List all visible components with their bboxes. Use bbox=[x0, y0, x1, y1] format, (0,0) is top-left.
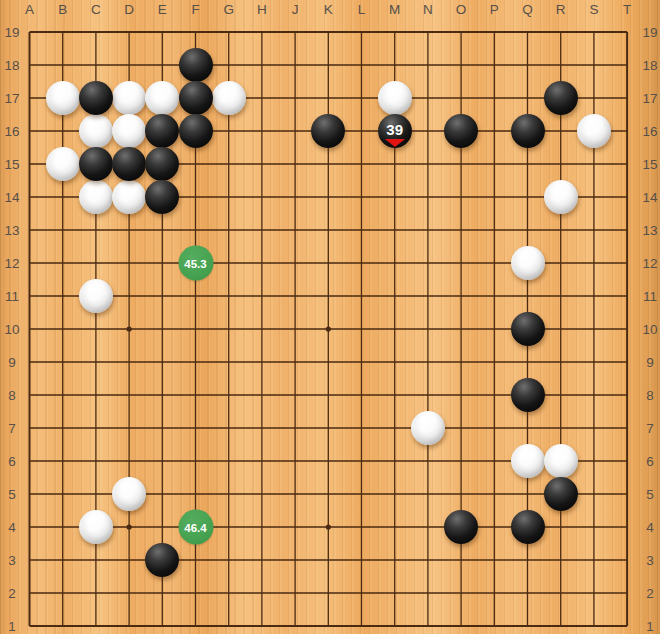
column-label-t: T bbox=[623, 2, 631, 17]
black-stone-o16[interactable] bbox=[444, 114, 478, 148]
row-label-left-9: 9 bbox=[8, 355, 16, 370]
black-stone-q4[interactable] bbox=[511, 510, 545, 544]
column-label-g: G bbox=[223, 2, 234, 17]
white-stone-e17[interactable] bbox=[145, 81, 179, 115]
star-point bbox=[326, 326, 331, 331]
column-label-l: L bbox=[358, 2, 366, 17]
row-label-right-5: 5 bbox=[646, 487, 654, 502]
row-label-left-18: 18 bbox=[4, 58, 19, 73]
row-label-left-11: 11 bbox=[5, 289, 19, 304]
black-stone-c15[interactable] bbox=[79, 147, 113, 181]
column-label-c: C bbox=[91, 2, 101, 17]
black-stone-k16[interactable] bbox=[311, 114, 345, 148]
go-board[interactable]: ABCDEFGHJKLMNOPQRST191817161514131211109… bbox=[0, 0, 660, 634]
white-stone-b17[interactable] bbox=[46, 81, 80, 115]
row-label-left-10: 10 bbox=[4, 322, 19, 337]
row-label-left-12: 12 bbox=[4, 256, 19, 271]
row-label-right-14: 14 bbox=[642, 190, 657, 205]
column-label-s: S bbox=[589, 2, 598, 17]
row-label-right-13: 13 bbox=[642, 223, 657, 238]
row-label-left-1: 1 bbox=[8, 619, 16, 634]
ai-suggestion-f12[interactable]: 45.3 bbox=[178, 246, 213, 281]
black-stone-o4[interactable] bbox=[444, 510, 478, 544]
row-label-left-17: 17 bbox=[4, 91, 19, 106]
row-label-right-18: 18 bbox=[642, 58, 657, 73]
white-stone-r6[interactable] bbox=[544, 444, 578, 478]
white-stone-n7[interactable] bbox=[411, 411, 445, 445]
row-label-right-19: 19 bbox=[642, 25, 657, 40]
row-label-right-4: 4 bbox=[646, 520, 654, 535]
row-label-right-3: 3 bbox=[646, 553, 654, 568]
row-label-right-16: 16 bbox=[642, 124, 657, 139]
white-stone-c11[interactable] bbox=[79, 279, 113, 313]
row-label-left-3: 3 bbox=[8, 553, 16, 568]
row-label-left-8: 8 bbox=[8, 388, 16, 403]
column-label-k: K bbox=[324, 2, 333, 17]
row-label-left-7: 7 bbox=[8, 421, 16, 436]
white-stone-b15[interactable] bbox=[46, 147, 80, 181]
black-stone-f16[interactable] bbox=[179, 114, 213, 148]
white-stone-c14[interactable] bbox=[79, 180, 113, 214]
row-label-left-16: 16 bbox=[4, 124, 19, 139]
white-stone-d5[interactable] bbox=[112, 477, 146, 511]
white-stone-d17[interactable] bbox=[112, 81, 146, 115]
row-label-right-17: 17 bbox=[642, 91, 657, 106]
black-stone-e16[interactable] bbox=[145, 114, 179, 148]
white-stone-r14[interactable] bbox=[544, 180, 578, 214]
black-stone-r17[interactable] bbox=[544, 81, 578, 115]
row-label-right-12: 12 bbox=[642, 256, 657, 271]
star-point bbox=[326, 524, 331, 529]
black-stone-q10[interactable] bbox=[511, 312, 545, 346]
row-label-left-6: 6 bbox=[8, 454, 16, 469]
white-stone-m17[interactable] bbox=[378, 81, 412, 115]
row-label-right-2: 2 bbox=[646, 586, 654, 601]
star-point bbox=[127, 326, 132, 331]
white-stone-s16[interactable] bbox=[577, 114, 611, 148]
row-label-left-5: 5 bbox=[8, 487, 16, 502]
column-label-d: D bbox=[124, 2, 134, 17]
column-label-q: Q bbox=[522, 2, 533, 17]
row-label-left-19: 19 bbox=[4, 25, 19, 40]
row-label-left-2: 2 bbox=[8, 586, 16, 601]
column-label-b: B bbox=[58, 2, 67, 17]
row-label-right-15: 15 bbox=[642, 157, 657, 172]
column-label-n: N bbox=[423, 2, 433, 17]
black-stone-f17[interactable] bbox=[179, 81, 213, 115]
column-label-e: E bbox=[158, 2, 167, 17]
ai-suggestion-f4[interactable]: 46.4 bbox=[178, 510, 213, 545]
row-label-right-10: 10 bbox=[642, 322, 657, 337]
black-stone-c17[interactable] bbox=[79, 81, 113, 115]
black-stone-e14[interactable] bbox=[145, 180, 179, 214]
row-label-left-14: 14 bbox=[4, 190, 19, 205]
black-stone-q16[interactable] bbox=[511, 114, 545, 148]
row-label-right-7: 7 bbox=[646, 421, 654, 436]
column-label-f: F bbox=[191, 2, 199, 17]
red-wedge-icon bbox=[385, 139, 405, 147]
column-label-a: A bbox=[25, 2, 34, 17]
row-label-right-8: 8 bbox=[646, 388, 654, 403]
row-label-right-11: 11 bbox=[643, 289, 657, 304]
white-stone-q6[interactable] bbox=[511, 444, 545, 478]
white-stone-q12[interactable] bbox=[511, 246, 545, 280]
black-stone-m16[interactable]: 39 bbox=[378, 114, 412, 148]
black-stone-d15[interactable] bbox=[112, 147, 146, 181]
column-label-m: M bbox=[389, 2, 400, 17]
column-label-p: P bbox=[490, 2, 499, 17]
column-label-j: J bbox=[292, 2, 299, 17]
column-label-o: O bbox=[456, 2, 467, 17]
black-stone-e15[interactable] bbox=[145, 147, 179, 181]
row-label-left-4: 4 bbox=[8, 520, 16, 535]
column-label-r: R bbox=[556, 2, 566, 17]
white-stone-g17[interactable] bbox=[212, 81, 246, 115]
row-label-right-1: 1 bbox=[646, 619, 654, 634]
black-stone-f18[interactable] bbox=[179, 48, 213, 82]
column-label-h: H bbox=[257, 2, 267, 17]
row-label-left-15: 15 bbox=[4, 157, 19, 172]
black-stone-r5[interactable] bbox=[544, 477, 578, 511]
white-stone-c16[interactable] bbox=[79, 114, 113, 148]
row-label-left-13: 13 bbox=[4, 223, 19, 238]
row-label-right-6: 6 bbox=[646, 454, 654, 469]
black-stone-e3[interactable] bbox=[145, 543, 179, 577]
white-stone-d14[interactable] bbox=[112, 180, 146, 214]
white-stone-d16[interactable] bbox=[112, 114, 146, 148]
row-label-right-9: 9 bbox=[646, 355, 654, 370]
star-point bbox=[127, 524, 132, 529]
black-stone-q8[interactable] bbox=[511, 378, 545, 412]
white-stone-c4[interactable] bbox=[79, 510, 113, 544]
last-move-number: 39 bbox=[386, 122, 403, 137]
